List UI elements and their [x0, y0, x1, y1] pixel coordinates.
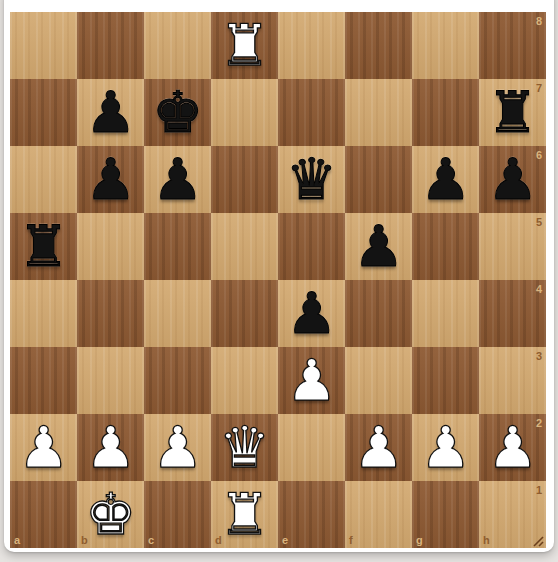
square-g1[interactable]: g	[412, 481, 479, 548]
square-a5[interactable]: ♜	[10, 213, 77, 280]
square-g6[interactable]: ♟	[412, 146, 479, 213]
square-f4[interactable]	[345, 280, 412, 347]
square-b2[interactable]: ♟	[77, 414, 144, 481]
square-h2[interactable]: 2♟	[479, 414, 546, 481]
square-c1[interactable]: c	[144, 481, 211, 548]
square-d3[interactable]	[211, 347, 278, 414]
square-c2[interactable]: ♟	[144, 414, 211, 481]
rank-label-4: 4	[536, 283, 542, 295]
square-h1[interactable]: h1	[479, 481, 546, 548]
rank-label-8: 8	[536, 15, 542, 27]
square-f7[interactable]	[345, 79, 412, 146]
square-d8[interactable]: ♜	[211, 12, 278, 79]
square-e5[interactable]	[278, 213, 345, 280]
square-c6[interactable]: ♟	[144, 146, 211, 213]
square-g4[interactable]	[412, 280, 479, 347]
square-d5[interactable]	[211, 213, 278, 280]
square-b8[interactable]	[77, 12, 144, 79]
square-e2[interactable]	[278, 414, 345, 481]
square-e3[interactable]: ♟	[278, 347, 345, 414]
square-c4[interactable]	[144, 280, 211, 347]
piece-white-rook-d8[interactable]: ♜	[211, 12, 278, 79]
square-d4[interactable]	[211, 280, 278, 347]
square-h5[interactable]: 5	[479, 213, 546, 280]
piece-white-pawn-e3[interactable]: ♟	[278, 347, 345, 414]
square-h7[interactable]: 7♜	[479, 79, 546, 146]
square-b5[interactable]	[77, 213, 144, 280]
square-a4[interactable]	[10, 280, 77, 347]
piece-black-queen-e6[interactable]: ♛	[278, 146, 345, 213]
chess-board: ♜8♟♚7♜♟♟♛♟6♟♜♟5♟4♟3♟♟♟♛♟♟2♟ab♚cd♜efgh1	[10, 12, 546, 548]
file-label-c: c	[148, 534, 154, 546]
square-e7[interactable]	[278, 79, 345, 146]
rank-label-3: 3	[536, 350, 542, 362]
piece-white-pawn-h2[interactable]: ♟	[479, 414, 546, 481]
piece-black-pawn-b7[interactable]: ♟	[77, 79, 144, 146]
piece-black-pawn-h6[interactable]: ♟	[479, 146, 546, 213]
square-b6[interactable]: ♟	[77, 146, 144, 213]
square-d6[interactable]	[211, 146, 278, 213]
page: ♜8♟♚7♜♟♟♛♟6♟♜♟5♟4♟3♟♟♟♛♟♟2♟ab♚cd♜efgh1	[0, 0, 558, 562]
resize-handle-icon[interactable]	[531, 533, 544, 546]
piece-black-pawn-c6[interactable]: ♟	[144, 146, 211, 213]
square-g7[interactable]	[412, 79, 479, 146]
square-f5[interactable]: ♟	[345, 213, 412, 280]
square-g2[interactable]: ♟	[412, 414, 479, 481]
piece-white-pawn-f2[interactable]: ♟	[345, 414, 412, 481]
square-d2[interactable]: ♛	[211, 414, 278, 481]
square-a2[interactable]: ♟	[10, 414, 77, 481]
file-label-g: g	[416, 534, 423, 546]
piece-black-pawn-e4[interactable]: ♟	[278, 280, 345, 347]
square-e6[interactable]: ♛	[278, 146, 345, 213]
square-h3[interactable]: 3	[479, 347, 546, 414]
square-a7[interactable]	[10, 79, 77, 146]
square-h4[interactable]: 4	[479, 280, 546, 347]
square-b4[interactable]	[77, 280, 144, 347]
square-d1[interactable]: d♜	[211, 481, 278, 548]
square-c8[interactable]	[144, 12, 211, 79]
rank-label-5: 5	[536, 216, 542, 228]
square-a6[interactable]	[10, 146, 77, 213]
piece-black-pawn-g6[interactable]: ♟	[412, 146, 479, 213]
piece-white-pawn-c2[interactable]: ♟	[144, 414, 211, 481]
square-f1[interactable]: f	[345, 481, 412, 548]
square-f3[interactable]	[345, 347, 412, 414]
square-e4[interactable]: ♟	[278, 280, 345, 347]
piece-black-rook-h7[interactable]: ♜	[479, 79, 546, 146]
square-a3[interactable]	[10, 347, 77, 414]
square-g3[interactable]	[412, 347, 479, 414]
rank-label-1: 1	[536, 484, 542, 496]
file-label-f: f	[349, 534, 353, 546]
square-e8[interactable]	[278, 12, 345, 79]
piece-white-rook-d1[interactable]: ♜	[211, 481, 278, 548]
square-g5[interactable]	[412, 213, 479, 280]
square-c5[interactable]	[144, 213, 211, 280]
square-g8[interactable]	[412, 12, 479, 79]
piece-black-king-c7[interactable]: ♚	[144, 79, 211, 146]
square-b1[interactable]: b♚	[77, 481, 144, 548]
square-f6[interactable]	[345, 146, 412, 213]
square-a1[interactable]: a	[10, 481, 77, 548]
file-label-a: a	[14, 534, 20, 546]
piece-white-pawn-g2[interactable]: ♟	[412, 414, 479, 481]
square-h6[interactable]: 6♟	[479, 146, 546, 213]
square-f8[interactable]	[345, 12, 412, 79]
square-b7[interactable]: ♟	[77, 79, 144, 146]
square-c3[interactable]	[144, 347, 211, 414]
piece-black-rook-a5[interactable]: ♜	[10, 213, 77, 280]
piece-black-pawn-f5[interactable]: ♟	[345, 213, 412, 280]
square-d7[interactable]	[211, 79, 278, 146]
square-b3[interactable]	[77, 347, 144, 414]
piece-white-pawn-a2[interactable]: ♟	[10, 414, 77, 481]
piece-black-pawn-b6[interactable]: ♟	[77, 146, 144, 213]
square-h8[interactable]: 8	[479, 12, 546, 79]
square-c7[interactable]: ♚	[144, 79, 211, 146]
file-label-e: e	[282, 534, 288, 546]
file-label-h: h	[483, 534, 490, 546]
square-a8[interactable]	[10, 12, 77, 79]
piece-white-king-b1[interactable]: ♚	[77, 481, 144, 548]
piece-white-pawn-b2[interactable]: ♟	[77, 414, 144, 481]
square-e1[interactable]: e	[278, 481, 345, 548]
piece-white-queen-d2[interactable]: ♛	[211, 414, 278, 481]
square-f2[interactable]: ♟	[345, 414, 412, 481]
